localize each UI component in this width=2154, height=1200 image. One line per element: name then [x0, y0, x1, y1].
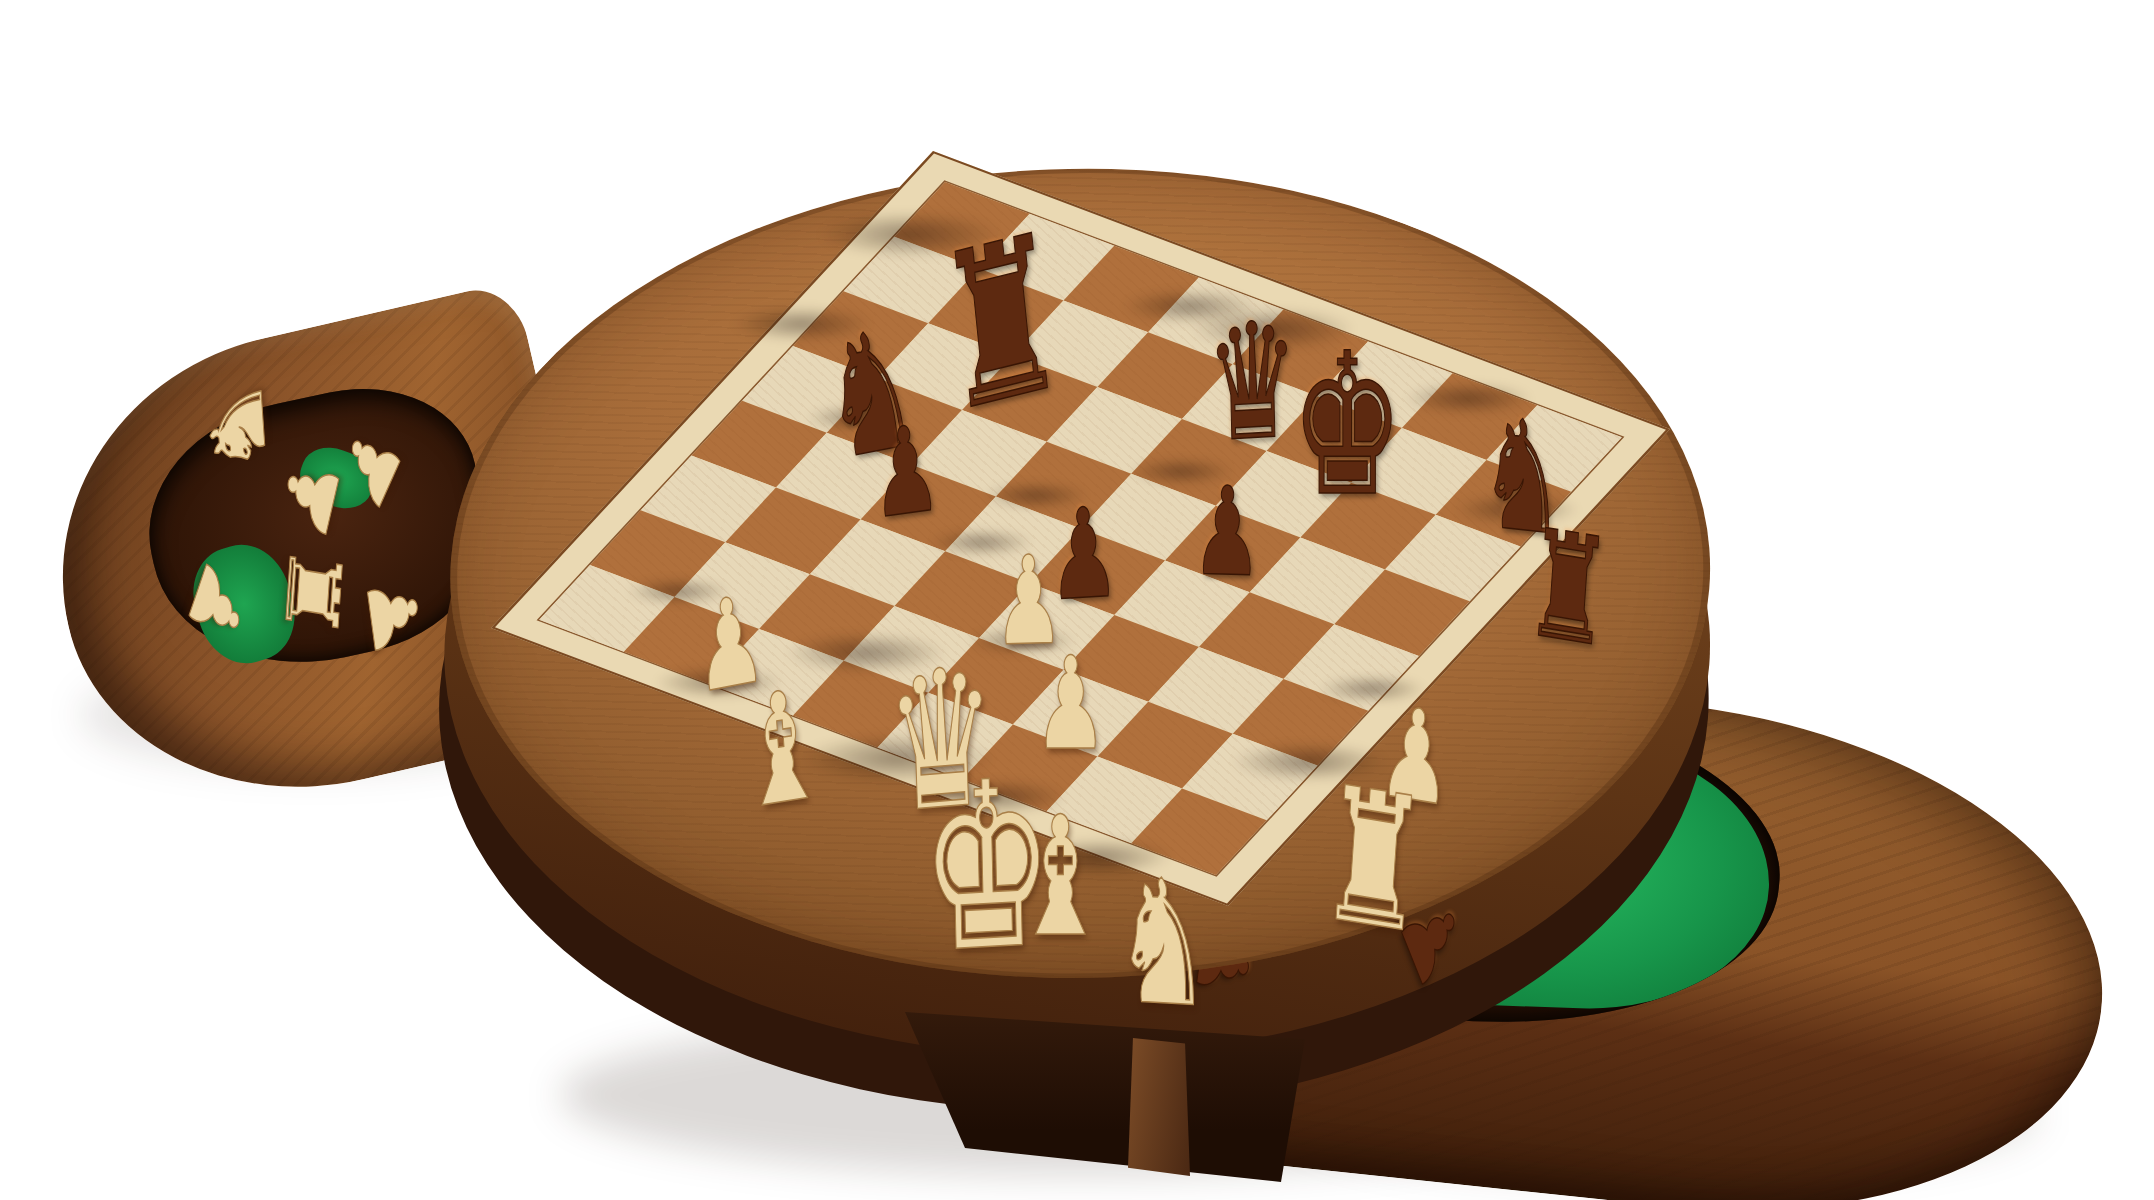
piece-glyph: ♜ [930, 202, 1073, 445]
piece-glyph: ♚ [1291, 327, 1403, 523]
piece-glyph: ♟ [1192, 470, 1263, 594]
piece-glyph: ♝ [733, 667, 830, 832]
piece-glyph: ♜ [1315, 760, 1433, 961]
piece-glyph: ♜ [274, 536, 352, 648]
piece-glyph: ♛ [1205, 300, 1300, 465]
piece-glyph: ♞ [1112, 855, 1214, 1032]
drawer-slot-divider [1128, 1038, 1190, 1176]
piece-glyph: ♟ [868, 408, 943, 537]
piece-glyph: ♞ [198, 370, 278, 485]
piece-glyph: ♜ [1521, 508, 1615, 669]
piece-glyph: ♝ [1013, 795, 1108, 960]
chess-box-photo: ♞♟♜♟♟♟ ♝♟♟♝♟♟♟ ♜♛♞♚♞♟♟♟♜♟♟♟♛♝♟♚♜♝♞ [0, 0, 2154, 1200]
